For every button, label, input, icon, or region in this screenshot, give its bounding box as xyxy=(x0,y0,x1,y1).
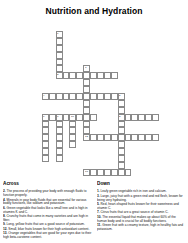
grid-cell[interactable] xyxy=(83,127,90,134)
grid-cell[interactable] xyxy=(83,79,90,86)
grid-cell[interactable]: 4 xyxy=(42,93,49,100)
grid-cell[interactable] xyxy=(56,93,63,100)
grid-cell[interactable] xyxy=(69,121,76,128)
grid-cell[interactable] xyxy=(111,93,118,100)
grid-cell[interactable] xyxy=(76,72,83,79)
grid-cell[interactable] xyxy=(56,59,63,66)
clue-item: 11. Green fruit with a creamy texture, h… xyxy=(97,223,186,231)
grid-cell[interactable] xyxy=(83,121,90,128)
grid-cell[interactable] xyxy=(118,107,125,114)
clue-number: 10. xyxy=(97,215,102,219)
grid-cell[interactable] xyxy=(131,134,138,141)
clue-item: 10. The essential liquid that makes up a… xyxy=(97,215,186,223)
cell-number: 2 xyxy=(57,73,58,76)
grid-cell[interactable] xyxy=(90,93,97,100)
grid-cell[interactable] xyxy=(111,134,118,141)
grid-cell[interactable] xyxy=(42,155,49,162)
grid-cell[interactable] xyxy=(42,148,49,155)
puzzle-title: Nutrition and Hydration xyxy=(0,6,188,16)
grid-cell[interactable] xyxy=(56,121,63,128)
grid-cell[interactable] xyxy=(104,169,111,176)
grid-cell[interactable] xyxy=(56,65,63,72)
down-header: Down xyxy=(97,181,161,186)
grid-cell[interactable] xyxy=(56,45,63,52)
grid-cell[interactable] xyxy=(118,169,125,176)
grid-cell[interactable] xyxy=(97,72,104,79)
clue-item: 6. Green vegetable that looks like a sma… xyxy=(3,206,92,214)
grid-cell[interactable] xyxy=(56,141,63,148)
grid-cell[interactable] xyxy=(118,141,125,148)
crossword-grid: 12345867101213 xyxy=(35,31,159,176)
grid-cell[interactable] xyxy=(125,134,132,141)
grid-cell[interactable] xyxy=(56,127,63,134)
grid-cell[interactable] xyxy=(145,114,152,121)
clue-item: 1. Leafy green vegetable rich in iron an… xyxy=(97,189,186,193)
grid-cell[interactable] xyxy=(145,134,152,141)
grid-cell[interactable] xyxy=(118,162,125,169)
grid-cell[interactable] xyxy=(152,134,159,141)
clue-item: 4. Minerals in your body fluids that are… xyxy=(3,197,92,205)
across-clues: Across 2. The process of providing your … xyxy=(3,181,92,243)
down-clues: Down 1. Leafy green vegetable rich in ir… xyxy=(97,181,186,243)
cell-number: 7 xyxy=(57,115,58,118)
grid-cell[interactable] xyxy=(83,93,90,100)
grid-cell[interactable]: 3 xyxy=(83,65,90,72)
grid-cell[interactable]: 8 xyxy=(118,114,125,121)
grid-cell[interactable] xyxy=(97,93,104,100)
grid-cell[interactable] xyxy=(83,100,90,107)
clue-number: 9. xyxy=(3,222,7,226)
grid-cell[interactable]: 13 xyxy=(83,169,90,176)
grid-cell[interactable]: 2 xyxy=(56,72,63,79)
cell-number: 10 xyxy=(71,115,74,118)
grid-cell[interactable] xyxy=(83,72,90,79)
grid-cell[interactable] xyxy=(97,169,104,176)
grid-cell[interactable] xyxy=(42,141,49,148)
grid-cell[interactable] xyxy=(104,93,111,100)
clue-item: 2. The process of providing your body wi… xyxy=(3,189,92,197)
cell-number: 3 xyxy=(85,66,86,69)
grid-cell[interactable] xyxy=(83,107,90,114)
grid-cell[interactable] xyxy=(56,148,63,155)
grid-cell[interactable] xyxy=(69,93,76,100)
grid-cell[interactable] xyxy=(118,148,125,155)
grid-cell[interactable] xyxy=(63,72,70,79)
grid-cell[interactable] xyxy=(118,155,125,162)
clue-number: 13. xyxy=(3,231,8,235)
clue-number: 1. xyxy=(97,189,101,193)
clue-item: 3. Large, juicy fruit with a green rind … xyxy=(97,194,186,202)
clue-number: 12. xyxy=(3,227,8,231)
grid-cell[interactable] xyxy=(131,114,138,121)
cell-number: 1 xyxy=(57,32,58,35)
grid-cell[interactable]: 10 xyxy=(69,114,76,121)
clue-number: 3. xyxy=(97,194,101,198)
grid-cell[interactable] xyxy=(83,86,90,93)
cell-number: 12 xyxy=(85,135,88,138)
grid-cell[interactable] xyxy=(56,38,63,45)
grid-cell[interactable] xyxy=(49,93,56,100)
grid-cell[interactable] xyxy=(90,169,97,176)
down-clue-list: 1. Leafy green vegetable rich in iron an… xyxy=(97,189,186,230)
grid-cell[interactable] xyxy=(76,93,83,100)
clue-number: 5. xyxy=(97,202,101,206)
grid-cell[interactable] xyxy=(49,114,56,121)
clue-number: 8. xyxy=(3,214,7,218)
cell-number: 4 xyxy=(43,94,44,97)
clue-item: 5. Red, heart-shaped fruits known for th… xyxy=(97,202,186,210)
grid-cell[interactable] xyxy=(56,134,63,141)
clue-number: 4. xyxy=(3,197,7,201)
grid-cell[interactable] xyxy=(111,72,118,79)
grid-cell[interactable] xyxy=(138,114,145,121)
grid-cell[interactable] xyxy=(104,72,111,79)
grid-cell[interactable] xyxy=(56,52,63,59)
grid-cell[interactable] xyxy=(69,141,76,148)
across-clue-list: 2. The process of providing your body wi… xyxy=(3,189,92,239)
cell-number: 13 xyxy=(85,170,88,173)
grid-cell[interactable] xyxy=(138,134,145,141)
grid-cell[interactable] xyxy=(63,93,70,100)
grid-cell[interactable] xyxy=(69,134,76,141)
grid-cell[interactable] xyxy=(90,134,97,141)
clue-item: 12. Small, blue fruits known for their h… xyxy=(3,227,92,231)
clue-item: 9. Long, yellow fruits that are a good s… xyxy=(3,222,92,226)
grid-cell[interactable] xyxy=(97,134,104,141)
grid-cell[interactable] xyxy=(83,114,90,121)
clue-number: 11. xyxy=(97,223,102,227)
cell-number: 8 xyxy=(119,115,120,118)
grid-cell[interactable] xyxy=(42,127,49,134)
grid-cell[interactable] xyxy=(42,134,49,141)
across-header: Across xyxy=(3,181,67,186)
grid-cell[interactable] xyxy=(69,127,76,134)
clue-item: 8. Crunchy fruits that come in many vari… xyxy=(3,214,92,222)
grid-cell[interactable] xyxy=(104,134,111,141)
clue-area: Across 2. The process of providing your … xyxy=(3,181,186,243)
clue-item: 13. Orange vegetables that are good for … xyxy=(3,231,92,239)
clue-item: 7. Citrus fruits that are a great source… xyxy=(97,210,186,214)
grid-cell[interactable] xyxy=(125,114,132,121)
grid-cell[interactable] xyxy=(56,155,63,162)
grid-cell[interactable]: 7 xyxy=(56,114,63,121)
clue-number: 7. xyxy=(97,210,101,214)
grid-cell[interactable] xyxy=(152,114,159,121)
grid-cell[interactable] xyxy=(42,121,49,128)
grid-cell[interactable] xyxy=(111,169,118,176)
clue-number: 2. xyxy=(3,189,7,193)
cell-number: 5 xyxy=(119,94,120,97)
grid-cell[interactable]: 1 xyxy=(56,31,63,38)
clue-number: 6. xyxy=(3,206,7,210)
grid-cell[interactable] xyxy=(90,72,97,79)
grid-cell[interactable]: 12 xyxy=(83,134,90,141)
grid-cell[interactable] xyxy=(118,100,125,107)
grid-cell[interactable] xyxy=(69,72,76,79)
cell-number: 6 xyxy=(43,115,44,118)
grid-cell[interactable] xyxy=(90,114,97,121)
grid-cell[interactable] xyxy=(76,114,83,121)
grid-cell[interactable] xyxy=(118,127,125,134)
grid-cell[interactable] xyxy=(118,121,125,128)
grid-cell[interactable] xyxy=(125,169,132,176)
grid-cell[interactable]: 5 xyxy=(118,93,125,100)
grid-cell[interactable] xyxy=(63,114,70,121)
grid-cell[interactable]: 6 xyxy=(42,114,49,121)
grid-cell[interactable] xyxy=(118,134,125,141)
